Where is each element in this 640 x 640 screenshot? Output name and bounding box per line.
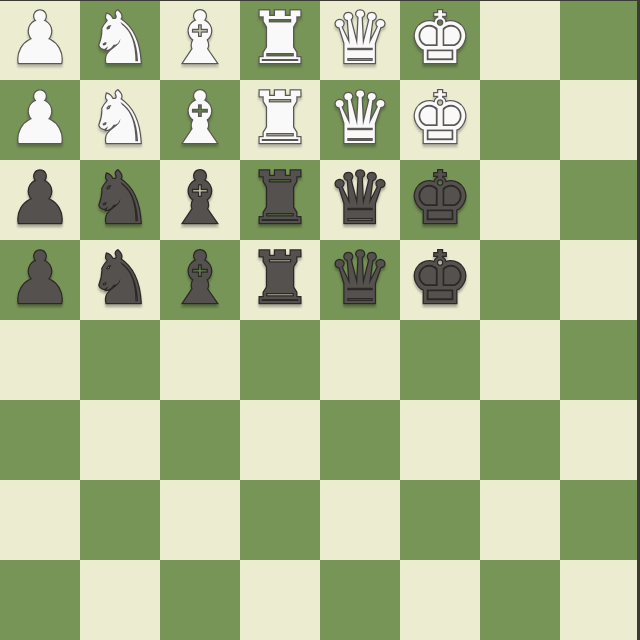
square-a2[interactable] bbox=[0, 480, 80, 560]
square-d5[interactable]: ♜ bbox=[240, 240, 320, 320]
square-b8[interactable]: ♞ bbox=[80, 0, 160, 80]
square-g3[interactable] bbox=[480, 400, 560, 480]
square-h2[interactable] bbox=[560, 480, 640, 560]
square-d8[interactable]: ♜ bbox=[240, 0, 320, 80]
white-king[interactable]: ♚ bbox=[408, 82, 473, 154]
square-g5[interactable] bbox=[480, 240, 560, 320]
square-h8[interactable] bbox=[560, 0, 640, 80]
square-f4[interactable] bbox=[400, 320, 480, 400]
square-e3[interactable] bbox=[320, 400, 400, 480]
square-c1[interactable] bbox=[160, 560, 240, 640]
square-f8[interactable]: ♚ bbox=[400, 0, 480, 80]
square-b5[interactable]: ♞ bbox=[80, 240, 160, 320]
square-g1[interactable] bbox=[480, 560, 560, 640]
square-b2[interactable] bbox=[80, 480, 160, 560]
square-d4[interactable] bbox=[240, 320, 320, 400]
square-d6[interactable]: ♜ bbox=[240, 160, 320, 240]
square-f5[interactable]: ♚ bbox=[400, 240, 480, 320]
black-bishop[interactable]: ♝ bbox=[168, 162, 233, 234]
square-a1[interactable] bbox=[0, 560, 80, 640]
black-king[interactable]: ♚ bbox=[408, 162, 473, 234]
square-d2[interactable] bbox=[240, 480, 320, 560]
square-g2[interactable] bbox=[480, 480, 560, 560]
square-f2[interactable] bbox=[400, 480, 480, 560]
square-b1[interactable] bbox=[80, 560, 160, 640]
square-a7[interactable]: ♟ bbox=[0, 80, 80, 160]
white-pawn[interactable]: ♟ bbox=[8, 2, 73, 74]
square-c5[interactable]: ♝ bbox=[160, 240, 240, 320]
black-rook[interactable]: ♜ bbox=[248, 242, 313, 314]
white-king[interactable]: ♚ bbox=[408, 2, 473, 74]
square-a3[interactable] bbox=[0, 400, 80, 480]
square-a6[interactable]: ♟ bbox=[0, 160, 80, 240]
white-rook[interactable]: ♜ bbox=[248, 82, 313, 154]
square-f6[interactable]: ♚ bbox=[400, 160, 480, 240]
white-pawn[interactable]: ♟ bbox=[8, 82, 73, 154]
square-f7[interactable]: ♚ bbox=[400, 80, 480, 160]
square-e4[interactable] bbox=[320, 320, 400, 400]
square-f1[interactable] bbox=[400, 560, 480, 640]
chess-board: ♟♞♝♜♛♚♟♞♝♜♛♚♟♞♝♜♛♚♟♞♝♜♛♚ bbox=[0, 0, 640, 640]
white-knight[interactable]: ♞ bbox=[88, 82, 153, 154]
square-a4[interactable] bbox=[0, 320, 80, 400]
square-c3[interactable] bbox=[160, 400, 240, 480]
white-queen[interactable]: ♛ bbox=[328, 82, 393, 154]
black-queen[interactable]: ♛ bbox=[328, 162, 393, 234]
square-c2[interactable] bbox=[160, 480, 240, 560]
square-h5[interactable] bbox=[560, 240, 640, 320]
black-pawn[interactable]: ♟ bbox=[8, 162, 73, 234]
square-g4[interactable] bbox=[480, 320, 560, 400]
square-b3[interactable] bbox=[80, 400, 160, 480]
square-f3[interactable] bbox=[400, 400, 480, 480]
black-rook[interactable]: ♜ bbox=[248, 162, 313, 234]
black-pawn[interactable]: ♟ bbox=[8, 242, 73, 314]
square-a5[interactable]: ♟ bbox=[0, 240, 80, 320]
square-e6[interactable]: ♛ bbox=[320, 160, 400, 240]
square-d1[interactable] bbox=[240, 560, 320, 640]
black-queen[interactable]: ♛ bbox=[328, 242, 393, 314]
square-c7[interactable]: ♝ bbox=[160, 80, 240, 160]
white-bishop[interactable]: ♝ bbox=[168, 82, 233, 154]
black-knight[interactable]: ♞ bbox=[88, 162, 153, 234]
square-e2[interactable] bbox=[320, 480, 400, 560]
square-c6[interactable]: ♝ bbox=[160, 160, 240, 240]
square-h6[interactable] bbox=[560, 160, 640, 240]
black-king[interactable]: ♚ bbox=[408, 242, 473, 314]
square-e8[interactable]: ♛ bbox=[320, 0, 400, 80]
white-queen[interactable]: ♛ bbox=[328, 2, 393, 74]
square-g8[interactable] bbox=[480, 0, 560, 80]
square-b7[interactable]: ♞ bbox=[80, 80, 160, 160]
square-h4[interactable] bbox=[560, 320, 640, 400]
square-e7[interactable]: ♛ bbox=[320, 80, 400, 160]
square-c4[interactable] bbox=[160, 320, 240, 400]
square-d3[interactable] bbox=[240, 400, 320, 480]
square-c8[interactable]: ♝ bbox=[160, 0, 240, 80]
square-h1[interactable] bbox=[560, 560, 640, 640]
square-d7[interactable]: ♜ bbox=[240, 80, 320, 160]
square-g6[interactable] bbox=[480, 160, 560, 240]
square-g7[interactable] bbox=[480, 80, 560, 160]
white-rook[interactable]: ♜ bbox=[248, 2, 313, 74]
square-e5[interactable]: ♛ bbox=[320, 240, 400, 320]
chess-board-wrap: ♟♞♝♜♛♚♟♞♝♜♛♚♟♞♝♜♛♚♟♞♝♜♛♚ bbox=[0, 0, 640, 640]
white-bishop[interactable]: ♝ bbox=[168, 2, 233, 74]
square-a8[interactable]: ♟ bbox=[0, 0, 80, 80]
square-b4[interactable] bbox=[80, 320, 160, 400]
white-knight[interactable]: ♞ bbox=[88, 2, 153, 74]
square-h7[interactable] bbox=[560, 80, 640, 160]
square-e1[interactable] bbox=[320, 560, 400, 640]
black-knight[interactable]: ♞ bbox=[88, 242, 153, 314]
square-b6[interactable]: ♞ bbox=[80, 160, 160, 240]
square-h3[interactable] bbox=[560, 400, 640, 480]
black-bishop[interactable]: ♝ bbox=[168, 242, 233, 314]
